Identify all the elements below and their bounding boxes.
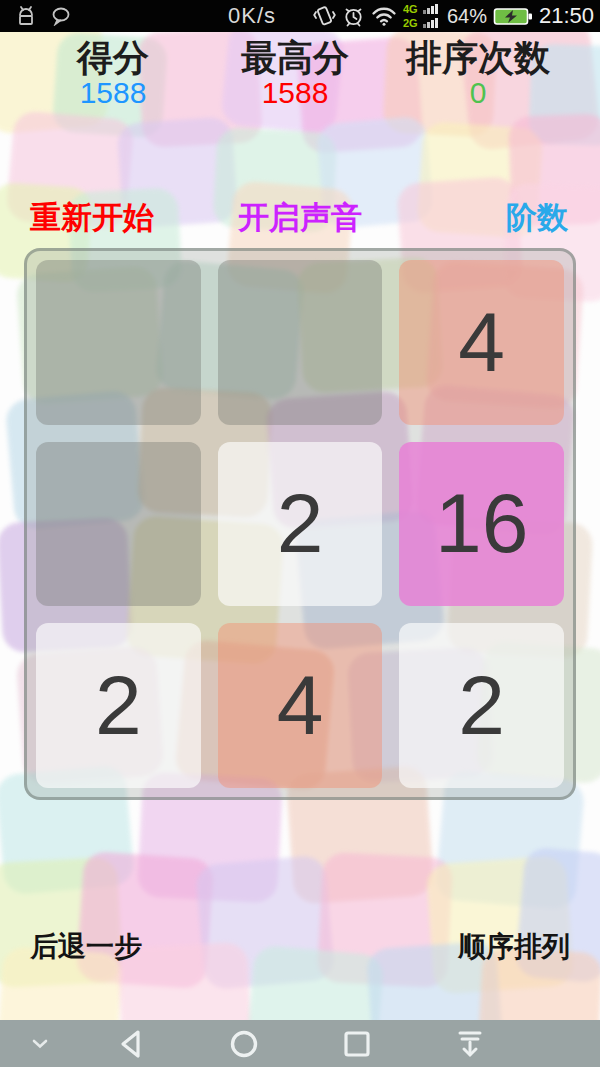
tile-r2c2-value-2: 2: [399, 623, 564, 788]
tile-r2c0-value-2: 2: [36, 623, 201, 788]
svg-text:4G: 4G: [403, 3, 418, 15]
board[interactable]: 4216242: [24, 248, 576, 800]
dual-sim-signal-icon: 4G 2G: [403, 2, 441, 30]
score-value: 1588: [80, 76, 147, 110]
vibrate-icon: [312, 4, 336, 28]
clock-time: 21:50: [539, 3, 594, 29]
wifi-icon: [371, 6, 397, 27]
status-bar: 0K/s 4G: [0, 0, 600, 32]
network-speed: 0K/s: [228, 3, 276, 29]
tile-r2c1-value-4: 4: [218, 623, 383, 788]
alarm-icon: [342, 5, 365, 28]
tile-r0c0-empty: [36, 260, 201, 425]
screen: 0K/s 4G: [0, 0, 600, 1067]
toggle-sound-button[interactable]: 开启声音: [238, 197, 362, 239]
undo-button[interactable]: 后退一步: [30, 928, 142, 966]
android-icon: [14, 5, 38, 27]
recents-icon[interactable]: [343, 1029, 372, 1058]
tile-r1c1-value-2: 2: [218, 442, 383, 607]
battery-percent: 64%: [447, 5, 487, 28]
battery-icon: [493, 7, 533, 26]
hide-nav-chevron-icon[interactable]: [32, 1038, 49, 1049]
back-icon[interactable]: [116, 1028, 147, 1059]
tile-r0c1-empty: [218, 260, 383, 425]
best-score-value: 1588: [262, 76, 329, 110]
tile-r0c2-value-4: 4: [399, 260, 564, 425]
home-icon[interactable]: [229, 1028, 260, 1059]
navigation-bar: [0, 1020, 600, 1067]
tile-r1c2-value-16: 16: [399, 442, 564, 607]
sort-count-value: 0: [470, 76, 487, 110]
chat-bubble-icon: [50, 6, 72, 26]
order-button[interactable]: 阶数: [506, 197, 568, 239]
svg-text:2G: 2G: [403, 17, 418, 29]
pulldown-icon[interactable]: [454, 1028, 486, 1060]
tile-r1c0-empty: [36, 442, 201, 607]
sort-button[interactable]: 顺序排列: [458, 928, 570, 966]
restart-button[interactable]: 重新开始: [30, 197, 154, 239]
